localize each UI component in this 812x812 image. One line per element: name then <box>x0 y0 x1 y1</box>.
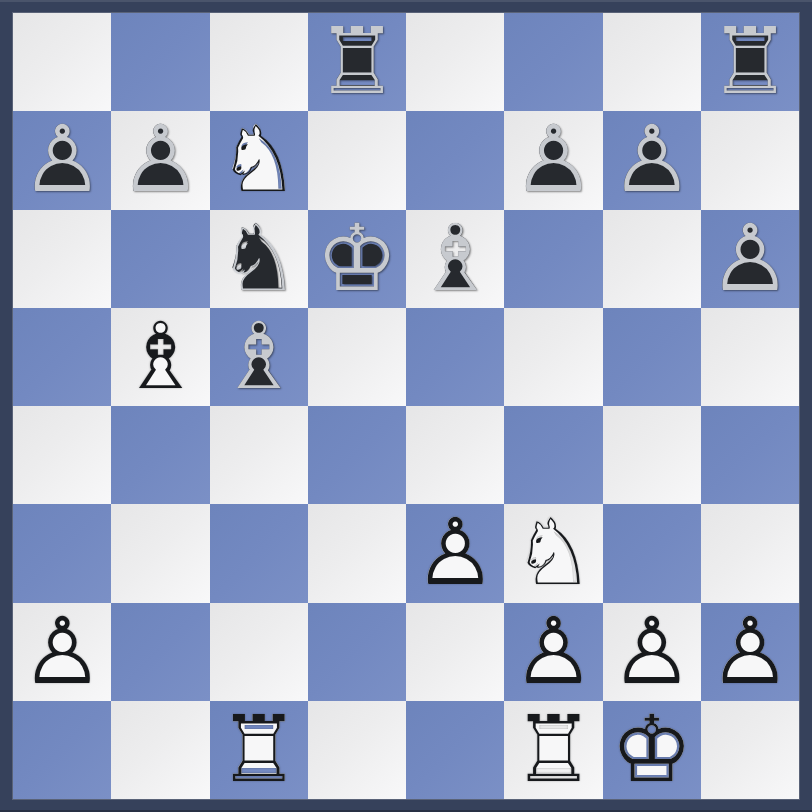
square-c8[interactable] <box>210 13 308 111</box>
square-e1[interactable] <box>406 701 504 799</box>
square-g6[interactable] <box>603 210 701 308</box>
square-g3[interactable] <box>603 504 701 602</box>
black-bishop[interactable]: ♝♗ <box>406 210 504 308</box>
piece-outline-layer: ♔ <box>308 210 406 308</box>
piece-outline-layer: ♖ <box>308 13 406 111</box>
square-e4[interactable] <box>406 406 504 504</box>
square-g8[interactable] <box>603 13 701 111</box>
square-g7[interactable]: ♟♙ <box>603 111 701 209</box>
piece-outline-layer: ♙ <box>504 603 602 701</box>
square-f1[interactable]: ♜♖ <box>504 701 602 799</box>
square-h6[interactable]: ♟♙ <box>701 210 799 308</box>
square-g2[interactable]: ♟♙ <box>603 603 701 701</box>
square-a7[interactable]: ♟♙ <box>13 111 111 209</box>
square-a4[interactable] <box>13 406 111 504</box>
square-e3[interactable]: ♟♙ <box>406 504 504 602</box>
square-f7[interactable]: ♟♙ <box>504 111 602 209</box>
square-f5[interactable] <box>504 308 602 406</box>
square-a3[interactable] <box>13 504 111 602</box>
square-b4[interactable] <box>111 406 209 504</box>
square-b8[interactable] <box>111 13 209 111</box>
white-rook[interactable]: ♜♖ <box>504 701 602 799</box>
piece-outline-layer: ♗ <box>210 308 308 406</box>
black-pawn[interactable]: ♟♙ <box>111 111 209 209</box>
square-g1[interactable]: ♚♔ <box>603 701 701 799</box>
square-b3[interactable] <box>111 504 209 602</box>
square-h5[interactable] <box>701 308 799 406</box>
square-c2[interactable] <box>210 603 308 701</box>
square-c4[interactable] <box>210 406 308 504</box>
square-c6[interactable]: ♞♘ <box>210 210 308 308</box>
square-e8[interactable] <box>406 13 504 111</box>
piece-outline-layer: ♘ <box>210 210 308 308</box>
white-bishop[interactable]: ♝♗ <box>111 308 209 406</box>
square-c7[interactable]: ♞♘ <box>210 111 308 209</box>
square-e2[interactable] <box>406 603 504 701</box>
square-h4[interactable] <box>701 406 799 504</box>
square-b6[interactable] <box>111 210 209 308</box>
square-f6[interactable] <box>504 210 602 308</box>
square-c5[interactable]: ♝♗ <box>210 308 308 406</box>
square-a1[interactable] <box>13 701 111 799</box>
square-g5[interactable] <box>603 308 701 406</box>
white-knight[interactable]: ♞♘ <box>210 111 308 209</box>
piece-outline-layer: ♙ <box>504 111 602 209</box>
square-h2[interactable]: ♟♙ <box>701 603 799 701</box>
square-e6[interactable]: ♝♗ <box>406 210 504 308</box>
square-e7[interactable] <box>406 111 504 209</box>
piece-outline-layer: ♙ <box>111 111 209 209</box>
piece-outline-layer: ♙ <box>13 603 111 701</box>
square-d3[interactable] <box>308 504 406 602</box>
piece-outline-layer: ♘ <box>504 504 602 602</box>
piece-outline-layer: ♔ <box>603 701 701 799</box>
piece-outline-layer: ♙ <box>603 111 701 209</box>
square-a6[interactable] <box>13 210 111 308</box>
square-h8[interactable]: ♜♖ <box>701 13 799 111</box>
square-a5[interactable] <box>13 308 111 406</box>
square-g4[interactable] <box>603 406 701 504</box>
white-pawn[interactable]: ♟♙ <box>13 603 111 701</box>
square-f2[interactable]: ♟♙ <box>504 603 602 701</box>
piece-outline-layer: ♙ <box>13 111 111 209</box>
square-b1[interactable] <box>111 701 209 799</box>
piece-outline-layer: ♗ <box>406 210 504 308</box>
black-pawn[interactable]: ♟♙ <box>603 111 701 209</box>
square-h3[interactable] <box>701 504 799 602</box>
white-pawn[interactable]: ♟♙ <box>406 504 504 602</box>
square-a8[interactable] <box>13 13 111 111</box>
square-d8[interactable]: ♜♖ <box>308 13 406 111</box>
square-d4[interactable] <box>308 406 406 504</box>
square-e5[interactable] <box>406 308 504 406</box>
black-pawn[interactable]: ♟♙ <box>13 111 111 209</box>
square-b5[interactable]: ♝♗ <box>111 308 209 406</box>
square-b7[interactable]: ♟♙ <box>111 111 209 209</box>
white-pawn[interactable]: ♟♙ <box>603 603 701 701</box>
black-pawn[interactable]: ♟♙ <box>701 210 799 308</box>
square-c1[interactable]: ♜♖ <box>210 701 308 799</box>
black-rook[interactable]: ♜♖ <box>701 13 799 111</box>
black-bishop[interactable]: ♝♗ <box>210 308 308 406</box>
piece-outline-layer: ♖ <box>504 701 602 799</box>
chess-board-frame: ♜♖♜♖♟♙♟♙♞♘♟♙♟♙♞♘♚♔♝♗♟♙♝♗♝♗♟♙♞♘♟♙♟♙♟♙♟♙♜♖… <box>0 0 812 812</box>
square-d5[interactable] <box>308 308 406 406</box>
piece-outline-layer: ♙ <box>603 603 701 701</box>
piece-outline-layer: ♗ <box>111 308 209 406</box>
black-rook[interactable]: ♜♖ <box>308 13 406 111</box>
square-d2[interactable] <box>308 603 406 701</box>
square-f4[interactable] <box>504 406 602 504</box>
square-h7[interactable] <box>701 111 799 209</box>
square-c3[interactable] <box>210 504 308 602</box>
piece-outline-layer: ♖ <box>701 13 799 111</box>
square-b2[interactable] <box>111 603 209 701</box>
white-pawn[interactable]: ♟♙ <box>701 603 799 701</box>
square-d6[interactable]: ♚♔ <box>308 210 406 308</box>
white-king[interactable]: ♚♔ <box>603 701 701 799</box>
black-pawn[interactable]: ♟♙ <box>504 111 602 209</box>
chess-board: ♜♖♜♖♟♙♟♙♞♘♟♙♟♙♞♘♚♔♝♗♟♙♝♗♝♗♟♙♞♘♟♙♟♙♟♙♟♙♜♖… <box>13 13 799 799</box>
piece-outline-layer: ♘ <box>210 111 308 209</box>
piece-outline-layer: ♙ <box>406 504 504 602</box>
black-king[interactable]: ♚♔ <box>308 210 406 308</box>
piece-outline-layer: ♖ <box>210 701 308 799</box>
square-f3[interactable]: ♞♘ <box>504 504 602 602</box>
square-h1[interactable] <box>701 701 799 799</box>
square-f8[interactable] <box>504 13 602 111</box>
square-a2[interactable]: ♟♙ <box>13 603 111 701</box>
white-knight[interactable]: ♞♘ <box>504 504 602 602</box>
white-rook[interactable]: ♜♖ <box>210 701 308 799</box>
square-d7[interactable] <box>308 111 406 209</box>
piece-outline-layer: ♙ <box>701 603 799 701</box>
square-d1[interactable] <box>308 701 406 799</box>
white-pawn[interactable]: ♟♙ <box>504 603 602 701</box>
black-knight[interactable]: ♞♘ <box>210 210 308 308</box>
piece-outline-layer: ♙ <box>701 210 799 308</box>
